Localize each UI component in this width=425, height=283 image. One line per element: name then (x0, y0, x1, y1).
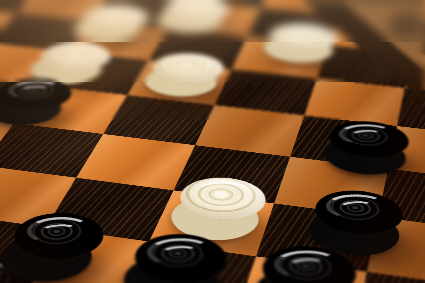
table-shadow-spot (388, 12, 424, 39)
checkers-board-photo (0, 0, 425, 283)
